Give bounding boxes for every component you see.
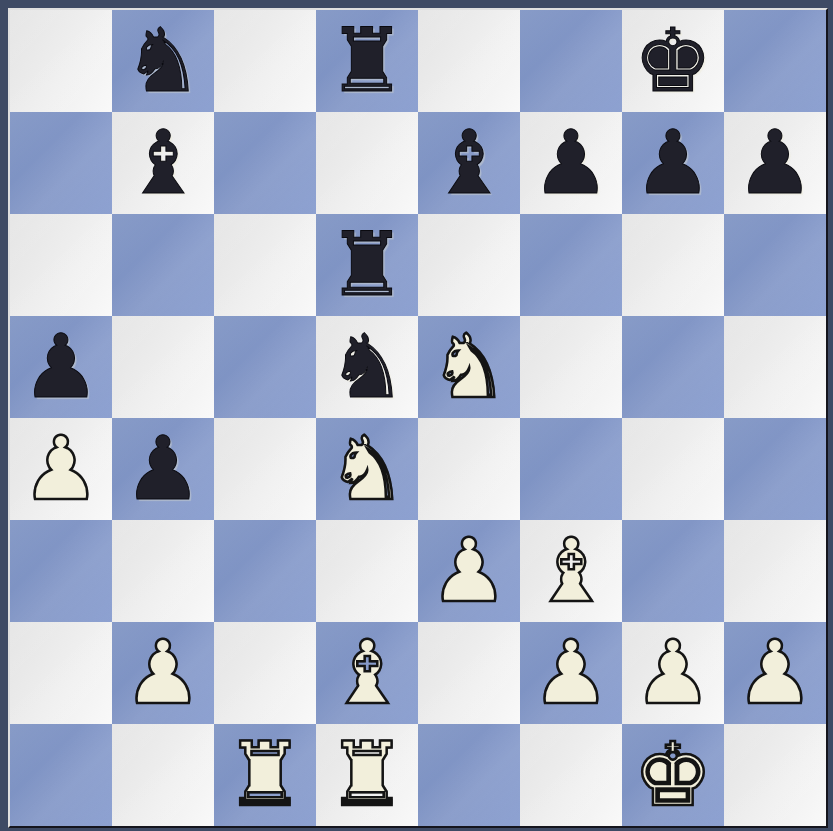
black-knight[interactable]: ♞: [124, 10, 203, 112]
chess-board: ♞♜♚♝♝♟♟♟♜♟♞♞♟♟♞♟♝♟♝♟♟♟♜♜♚: [8, 8, 828, 828]
white-bishop[interactable]: ♝: [532, 520, 611, 622]
white-pawn[interactable]: ♟: [124, 622, 203, 724]
white-pawn[interactable]: ♟: [634, 622, 713, 724]
square-f6[interactable]: [520, 214, 622, 316]
square-e4[interactable]: [418, 418, 520, 520]
square-c5[interactable]: [214, 316, 316, 418]
black-pawn[interactable]: ♟: [532, 112, 611, 214]
square-b3[interactable]: [112, 520, 214, 622]
square-a3[interactable]: [10, 520, 112, 622]
black-rook[interactable]: ♜: [328, 214, 407, 316]
square-d3[interactable]: [316, 520, 418, 622]
square-b1[interactable]: [112, 724, 214, 826]
square-h4[interactable]: [724, 418, 826, 520]
square-f2[interactable]: ♟: [520, 622, 622, 724]
white-bishop[interactable]: ♝: [328, 622, 407, 724]
square-g1[interactable]: ♚: [622, 724, 724, 826]
square-e1[interactable]: [418, 724, 520, 826]
black-bishop[interactable]: ♝: [430, 112, 509, 214]
square-b5[interactable]: [112, 316, 214, 418]
square-b6[interactable]: [112, 214, 214, 316]
square-a5[interactable]: ♟: [10, 316, 112, 418]
black-knight[interactable]: ♞: [328, 316, 407, 418]
black-pawn[interactable]: ♟: [634, 112, 713, 214]
white-rook[interactable]: ♜: [328, 724, 407, 826]
square-d7[interactable]: [316, 112, 418, 214]
square-f5[interactable]: [520, 316, 622, 418]
square-h2[interactable]: ♟: [724, 622, 826, 724]
square-g7[interactable]: ♟: [622, 112, 724, 214]
black-pawn[interactable]: ♟: [736, 112, 815, 214]
square-b4[interactable]: ♟: [112, 418, 214, 520]
black-pawn[interactable]: ♟: [124, 418, 203, 520]
square-d2[interactable]: ♝: [316, 622, 418, 724]
square-h1[interactable]: [724, 724, 826, 826]
square-g6[interactable]: [622, 214, 724, 316]
white-rook[interactable]: ♜: [226, 724, 305, 826]
square-f1[interactable]: [520, 724, 622, 826]
white-knight[interactable]: ♞: [430, 316, 509, 418]
square-a4[interactable]: ♟: [10, 418, 112, 520]
square-h6[interactable]: [724, 214, 826, 316]
square-a6[interactable]: [10, 214, 112, 316]
square-c4[interactable]: [214, 418, 316, 520]
square-f7[interactable]: ♟: [520, 112, 622, 214]
white-pawn[interactable]: ♟: [430, 520, 509, 622]
square-h5[interactable]: [724, 316, 826, 418]
square-c2[interactable]: [214, 622, 316, 724]
white-pawn[interactable]: ♟: [736, 622, 815, 724]
square-e7[interactable]: ♝: [418, 112, 520, 214]
square-c8[interactable]: [214, 10, 316, 112]
square-g3[interactable]: [622, 520, 724, 622]
square-d1[interactable]: ♜: [316, 724, 418, 826]
square-d5[interactable]: ♞: [316, 316, 418, 418]
square-e8[interactable]: [418, 10, 520, 112]
square-c1[interactable]: ♜: [214, 724, 316, 826]
black-rook[interactable]: ♜: [328, 10, 407, 112]
board-frame: ♞♜♚♝♝♟♟♟♜♟♞♞♟♟♞♟♝♟♝♟♟♟♜♜♚: [0, 0, 833, 831]
square-g8[interactable]: ♚: [622, 10, 724, 112]
square-c6[interactable]: [214, 214, 316, 316]
square-b7[interactable]: ♝: [112, 112, 214, 214]
square-a2[interactable]: [10, 622, 112, 724]
black-pawn[interactable]: ♟: [22, 316, 101, 418]
black-king[interactable]: ♚: [634, 10, 713, 112]
square-d8[interactable]: ♜: [316, 10, 418, 112]
square-h3[interactable]: [724, 520, 826, 622]
square-g4[interactable]: [622, 418, 724, 520]
square-c7[interactable]: [214, 112, 316, 214]
square-a7[interactable]: [10, 112, 112, 214]
square-a1[interactable]: [10, 724, 112, 826]
square-b2[interactable]: ♟: [112, 622, 214, 724]
square-f4[interactable]: [520, 418, 622, 520]
square-c3[interactable]: [214, 520, 316, 622]
square-a8[interactable]: [10, 10, 112, 112]
square-b8[interactable]: ♞: [112, 10, 214, 112]
white-pawn[interactable]: ♟: [532, 622, 611, 724]
white-king[interactable]: ♚: [634, 724, 713, 826]
square-g5[interactable]: [622, 316, 724, 418]
square-e6[interactable]: [418, 214, 520, 316]
square-f8[interactable]: [520, 10, 622, 112]
square-f3[interactable]: ♝: [520, 520, 622, 622]
square-e3[interactable]: ♟: [418, 520, 520, 622]
square-h8[interactable]: [724, 10, 826, 112]
white-pawn[interactable]: ♟: [22, 418, 101, 520]
square-g2[interactable]: ♟: [622, 622, 724, 724]
square-h7[interactable]: ♟: [724, 112, 826, 214]
square-d6[interactable]: ♜: [316, 214, 418, 316]
square-e5[interactable]: ♞: [418, 316, 520, 418]
square-e2[interactable]: [418, 622, 520, 724]
white-knight[interactable]: ♞: [328, 418, 407, 520]
square-d4[interactable]: ♞: [316, 418, 418, 520]
black-bishop[interactable]: ♝: [124, 112, 203, 214]
